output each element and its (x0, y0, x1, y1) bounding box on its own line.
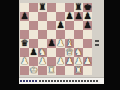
square-b2[interactable] (29, 57, 38, 66)
square-g6[interactable] (74, 21, 83, 30)
square-f6[interactable] (65, 21, 74, 30)
square-h1[interactable] (83, 66, 92, 75)
square-g7[interactable]: ♟ (74, 12, 83, 21)
square-h6[interactable]: ♟ (83, 21, 92, 30)
piece-black-pawn[interactable]: ♟ (47, 39, 56, 48)
piece-white-pawn[interactable]: ♟ (38, 57, 47, 66)
square-b8[interactable] (29, 3, 38, 12)
square-g8[interactable]: ♜ (74, 3, 83, 12)
piece-white-pawn[interactable]: ♟ (56, 57, 65, 66)
piece-black-pawn[interactable]: ♟ (20, 12, 29, 21)
square-d7[interactable] (47, 12, 56, 21)
left-frame-bar (0, 0, 19, 90)
square-c4[interactable] (38, 39, 47, 48)
square-h7[interactable]: ♟ (83, 12, 92, 21)
square-g3[interactable]: ♞ (74, 48, 83, 57)
square-h5[interactable] (83, 30, 92, 39)
square-c8[interactable]: ♜ (38, 3, 47, 12)
square-f2[interactable]: ♟ (65, 57, 74, 66)
piece-white-knight[interactable]: ♞ (74, 48, 83, 57)
square-e6[interactable]: ♟ (56, 21, 65, 30)
right-frame-bar (104, 0, 120, 90)
square-e5[interactable] (56, 30, 65, 39)
square-b6[interactable] (29, 21, 38, 30)
square-e7[interactable] (56, 12, 65, 21)
square-d5[interactable] (47, 30, 56, 39)
square-g4[interactable] (74, 39, 83, 48)
square-e2[interactable]: ♟ (56, 57, 65, 66)
piece-black-rook[interactable]: ♜ (38, 3, 47, 12)
piece-white-pawn[interactable]: ♟ (56, 39, 65, 48)
window-right-strip (93, 0, 104, 77)
piece-white-bishop[interactable]: ♝ (65, 39, 74, 48)
piece-black-pawn[interactable]: ♟ (65, 12, 74, 21)
piece-white-rook[interactable]: ♜ (74, 66, 83, 75)
piece-black-pawn[interactable]: ♟ (56, 21, 65, 30)
piece-white-pawn[interactable]: ♟ (74, 57, 83, 66)
square-b3[interactable]: ♟ (29, 48, 38, 57)
piece-black-pawn[interactable]: ♟ (83, 12, 92, 21)
square-d1[interactable]: ♜ (47, 66, 56, 75)
bottom-frame-bar (0, 84, 120, 90)
square-d4[interactable]: ♟ (47, 39, 56, 48)
piece-black-king[interactable]: ♚ (83, 3, 92, 12)
chess-window: ♜♜♚♟♟♟♟♟♟♛♟♟♝♟♞♛♞♟♟♟♟♟♟♚♜♜ (19, 0, 104, 85)
square-f7[interactable]: ♟ (65, 12, 74, 21)
status-text-left (20, 80, 38, 82)
square-a3[interactable] (20, 48, 29, 57)
square-g1[interactable]: ♜ (74, 66, 83, 75)
square-a5[interactable] (20, 30, 29, 39)
square-e4[interactable]: ♟ (56, 39, 65, 48)
piece-white-queen[interactable]: ♛ (65, 48, 74, 57)
square-d2[interactable] (47, 57, 56, 66)
piece-white-pawn[interactable]: ♟ (20, 57, 29, 66)
square-f1[interactable] (65, 66, 74, 75)
chess-board[interactable]: ♜♜♚♟♟♟♟♟♟♛♟♟♝♟♞♛♞♟♟♟♟♟♟♚♜♜ (20, 3, 92, 75)
square-c2[interactable]: ♟ (38, 57, 47, 66)
square-d8[interactable] (47, 3, 56, 12)
square-a6[interactable] (20, 21, 29, 30)
square-f5[interactable] (65, 30, 74, 39)
square-e3[interactable] (56, 48, 65, 57)
piece-white-knight[interactable]: ♞ (38, 48, 47, 57)
piece-white-rook[interactable]: ♜ (47, 66, 56, 75)
square-b7[interactable] (29, 12, 38, 21)
square-d6[interactable] (47, 21, 56, 30)
square-b5[interactable] (29, 30, 38, 39)
square-c7[interactable] (38, 12, 47, 21)
square-g2[interactable]: ♟ (74, 57, 83, 66)
piece-black-pawn[interactable]: ♟ (29, 48, 38, 57)
square-h3[interactable] (83, 48, 92, 57)
square-h2[interactable]: ♟ (83, 57, 92, 66)
piece-black-rook[interactable]: ♜ (74, 3, 83, 12)
piece-black-queen[interactable]: ♛ (20, 39, 29, 48)
square-f3[interactable]: ♛ (65, 48, 74, 57)
square-e1[interactable] (56, 66, 65, 75)
square-c5[interactable] (38, 30, 47, 39)
piece-black-pawn[interactable]: ♟ (83, 21, 92, 30)
square-b1[interactable]: ♚ (29, 66, 38, 75)
scroll-mark-icon[interactable] (95, 44, 99, 46)
square-f8[interactable] (65, 3, 74, 12)
square-a2[interactable]: ♟ (20, 57, 29, 66)
square-a8[interactable] (20, 3, 29, 12)
square-a1[interactable] (20, 66, 29, 75)
square-c1[interactable] (38, 66, 47, 75)
piece-black-pawn[interactable]: ♟ (74, 12, 83, 21)
square-a4[interactable]: ♛ (20, 39, 29, 48)
scroll-mark-icon[interactable] (95, 40, 99, 42)
piece-white-pawn[interactable]: ♟ (83, 57, 92, 66)
square-h8[interactable]: ♚ (83, 3, 92, 12)
square-c6[interactable] (38, 21, 47, 30)
status-bar (19, 77, 104, 84)
square-d3[interactable] (47, 48, 56, 57)
piece-white-pawn[interactable]: ♟ (65, 57, 74, 66)
square-h4[interactable] (83, 39, 92, 48)
square-e8[interactable] (56, 3, 65, 12)
square-a7[interactable]: ♟ (20, 12, 29, 21)
square-f4[interactable]: ♝ (65, 39, 74, 48)
square-c3[interactable]: ♞ (38, 48, 47, 57)
square-g5[interactable] (74, 30, 83, 39)
piece-white-king[interactable]: ♚ (29, 66, 38, 75)
square-b4[interactable] (29, 39, 38, 48)
status-text-right (39, 80, 99, 82)
